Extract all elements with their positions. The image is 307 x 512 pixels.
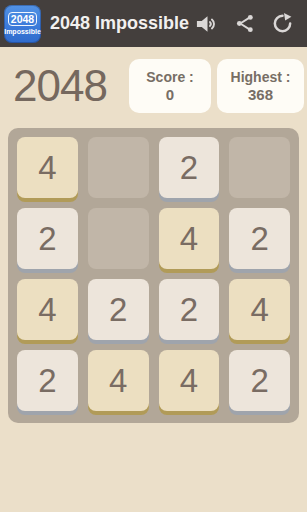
share-icon[interactable] [235, 13, 256, 34]
score-panel: Score : 0 Highest : 368 [129, 59, 304, 113]
volume-icon[interactable] [195, 12, 220, 36]
score-box: Score : 0 [129, 59, 211, 113]
game-logo: 2048 [13, 64, 107, 108]
score-value: 0 [166, 86, 174, 104]
refresh-icon[interactable] [271, 12, 294, 35]
tile-2: 2 [159, 279, 220, 340]
empty-cell [88, 137, 149, 198]
app-title: 2048 Impossible [50, 13, 189, 34]
tile-2: 2 [88, 279, 149, 340]
tile-2: 2 [17, 350, 78, 411]
top-bar: 2048 Impossible 2048 Impossible [0, 0, 307, 47]
tile-4: 4 [159, 350, 220, 411]
header: 2048 Score : 0 Highest : 368 [0, 47, 307, 125]
app-icon-2048-label: 2048 [8, 12, 37, 26]
app-launcher-icon: 2048 Impossible [4, 5, 41, 43]
highest-label: Highest : [231, 69, 291, 86]
app-icon-impossible-label: Impossible [4, 27, 41, 36]
empty-cell [88, 208, 149, 269]
tile-4: 4 [229, 279, 290, 340]
tile-4: 4 [17, 137, 78, 198]
tile-4: 4 [159, 208, 220, 269]
highest-value: 368 [248, 86, 273, 104]
highest-box: Highest : 368 [217, 59, 304, 113]
game-board[interactable]: 4 2 2 4 2 4 2 2 4 2 4 4 2 [8, 128, 299, 423]
tile-2: 2 [159, 137, 220, 198]
top-bar-actions [195, 12, 307, 36]
tile-2: 2 [229, 208, 290, 269]
tile-2: 2 [17, 208, 78, 269]
tile-4: 4 [88, 350, 149, 411]
empty-cell [229, 137, 290, 198]
score-label: Score : [146, 69, 193, 86]
tile-2: 2 [229, 350, 290, 411]
tile-4: 4 [17, 279, 78, 340]
